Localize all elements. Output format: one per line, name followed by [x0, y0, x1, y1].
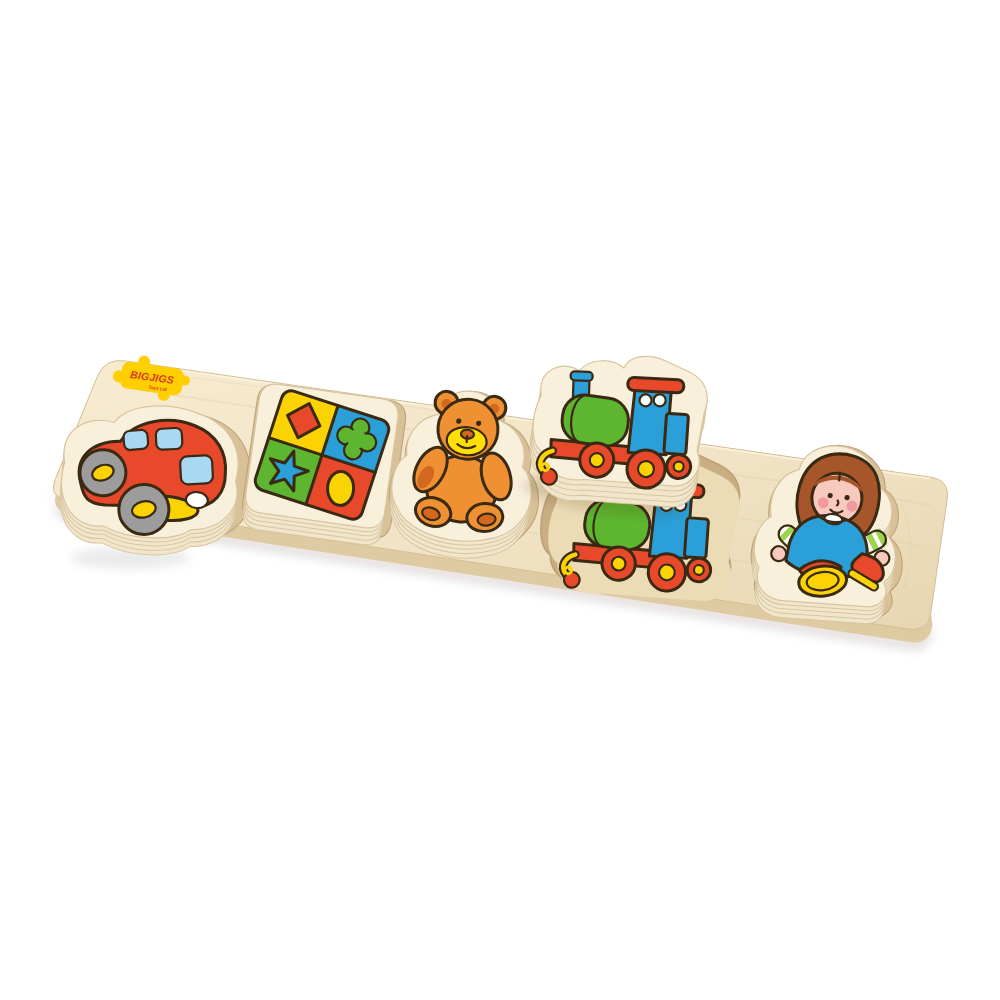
- puzzle-scene: BIGJIGS Toys Ltd: [0, 0, 1000, 1000]
- piece-shapes-block: [239, 382, 408, 548]
- piece-train-lifted: [523, 342, 713, 518]
- product-photo-stage: BIGJIGS Toys Ltd: [0, 0, 1000, 1000]
